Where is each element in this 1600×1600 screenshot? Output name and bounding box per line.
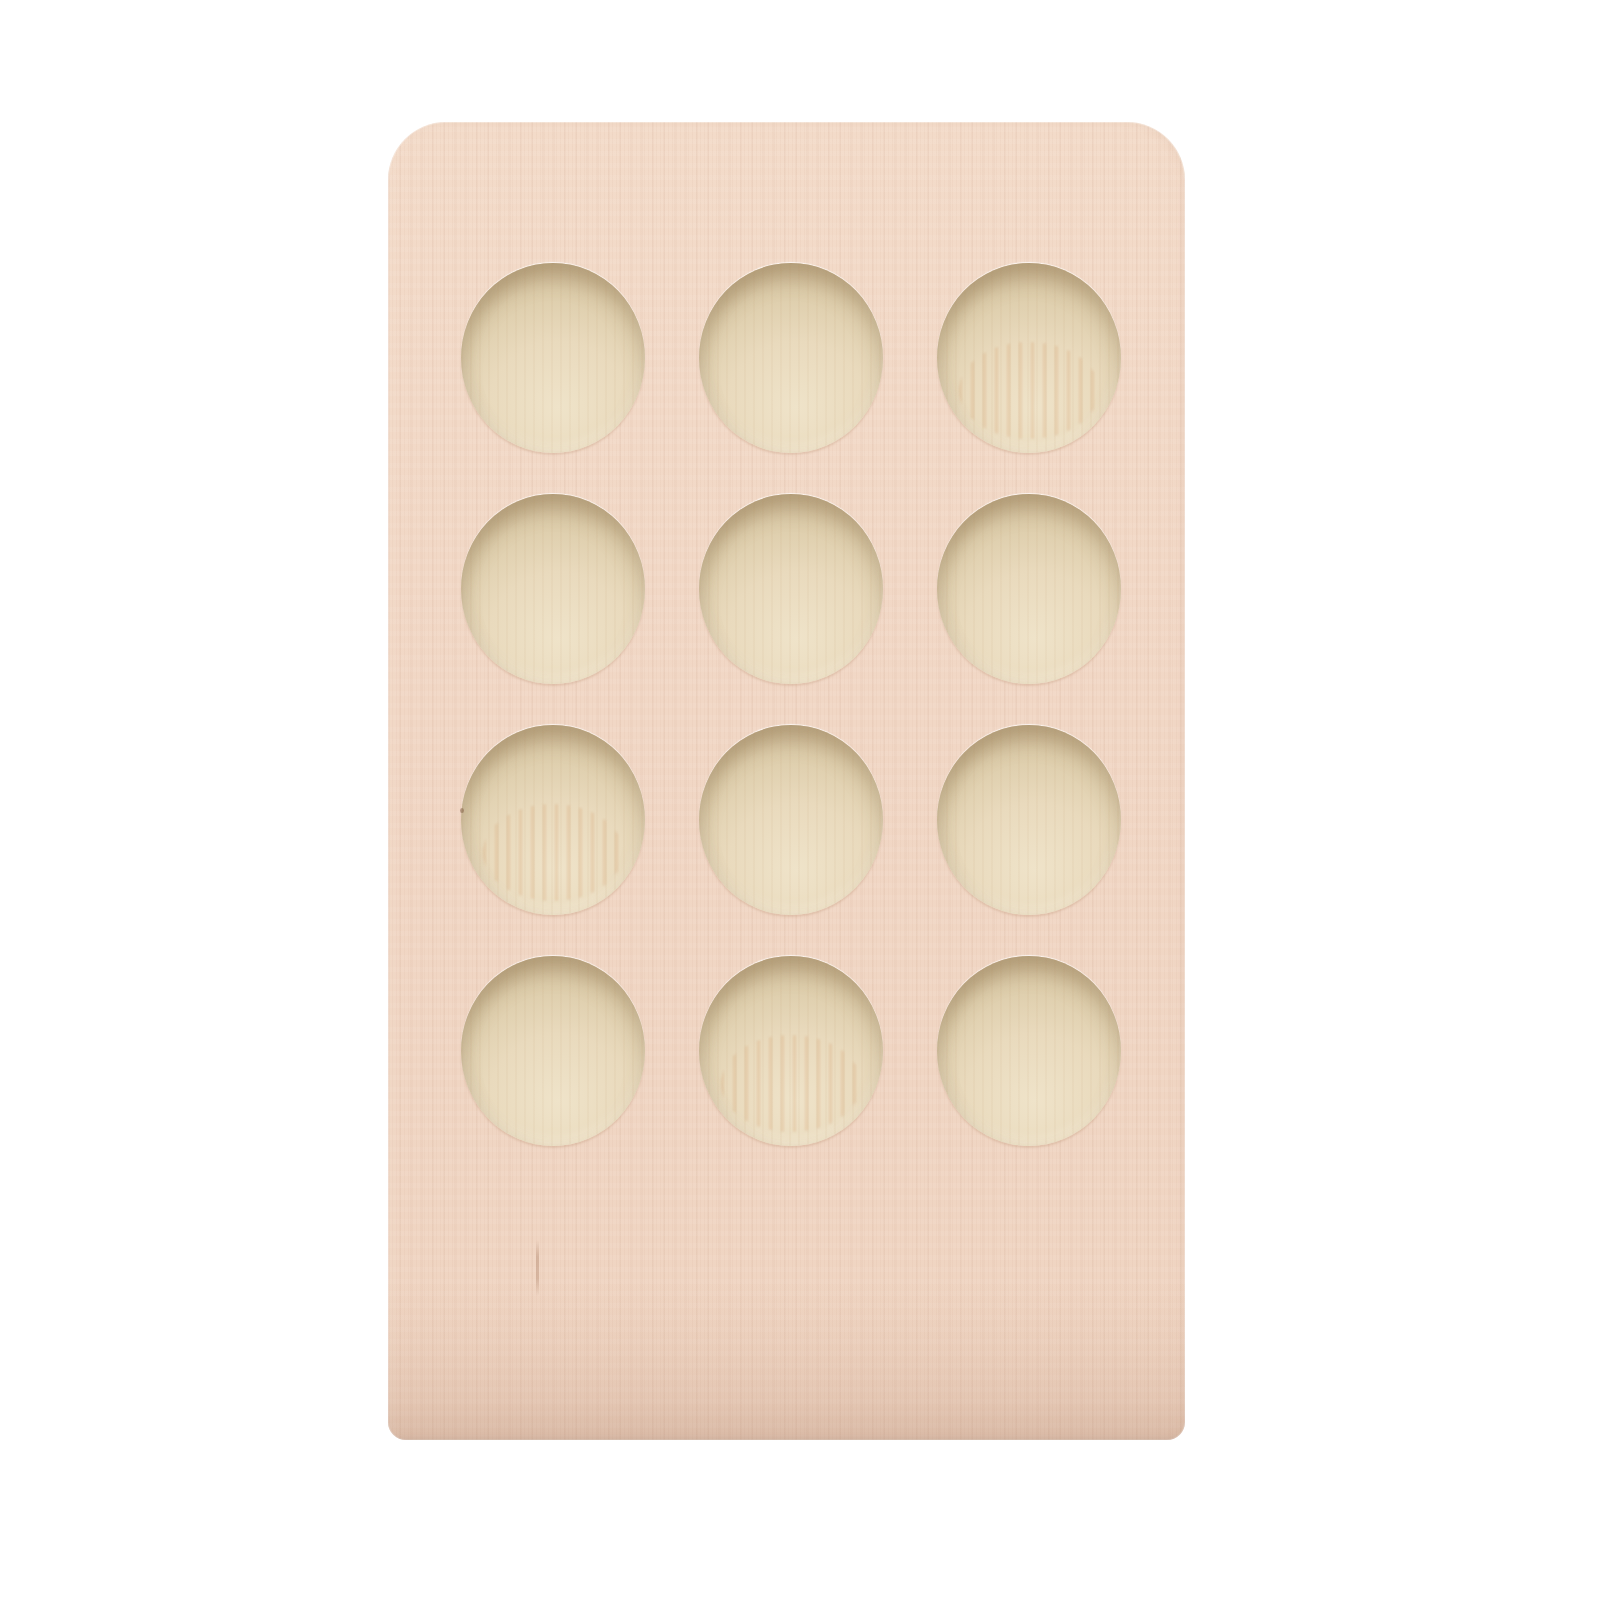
pit-grid — [434, 242, 1148, 1166]
cell-r3c3 — [910, 704, 1148, 935]
pit-r1c3[interactable] — [937, 263, 1121, 453]
product-photo-canvas — [0, 0, 1600, 1600]
pit-r3c3[interactable] — [937, 725, 1121, 915]
cell-r3c2 — [672, 704, 910, 935]
pit-r2c2[interactable] — [699, 494, 883, 684]
pit-r4c1[interactable] — [461, 956, 645, 1146]
pit-r4c3[interactable] — [937, 956, 1121, 1146]
cell-r3c1 — [434, 704, 672, 935]
cell-r2c2 — [672, 473, 910, 704]
cell-r2c3 — [910, 473, 1148, 704]
pit-r3c1[interactable] — [461, 725, 645, 915]
wood-grain-mark — [536, 1240, 539, 1296]
pit-r2c3[interactable] — [937, 494, 1121, 684]
pit-r2c1[interactable] — [461, 494, 645, 684]
cell-r1c3 — [910, 242, 1148, 473]
cell-r4c1 — [434, 935, 672, 1166]
pit-r4c2[interactable] — [699, 956, 883, 1146]
pit-r1c1[interactable] — [461, 263, 645, 453]
cell-r4c3 — [910, 935, 1148, 1166]
cell-r1c1 — [434, 242, 672, 473]
pit-r1c2[interactable] — [699, 263, 883, 453]
cell-r2c1 — [434, 473, 672, 704]
cell-r4c2 — [672, 935, 910, 1166]
cell-r1c2 — [672, 242, 910, 473]
mancala-board — [388, 122, 1185, 1440]
bottom-curve-shading — [388, 1280, 1185, 1440]
pit-r3c2[interactable] — [699, 725, 883, 915]
wood-knot-speck — [460, 808, 464, 813]
